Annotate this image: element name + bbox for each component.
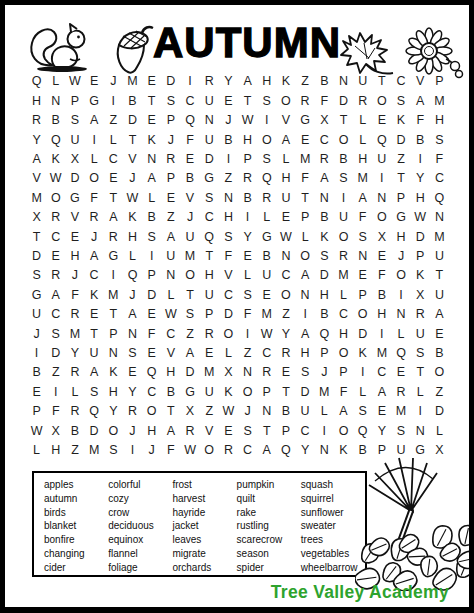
grid-cell-r4c2: Q — [46, 130, 65, 149]
grid-cell-r8c19: O — [372, 208, 391, 227]
word-item: scarecrow — [237, 533, 301, 547]
grid-cell-r11c7: P — [142, 266, 161, 285]
grid-cell-r17c9: G — [180, 382, 199, 401]
grid-cell-r4c9: F — [180, 130, 199, 149]
grid-cell-r5c3: X — [65, 150, 84, 169]
grid-cell-r4c6: T — [123, 130, 142, 149]
grid-cell-r18c8: T — [161, 402, 180, 421]
grid-cell-r17c13: P — [257, 382, 276, 401]
grid-cell-r3c6: D — [123, 111, 142, 130]
grid-cell-r15c4: U — [85, 344, 104, 363]
grid-cell-r4c15: E — [296, 130, 315, 149]
grid-cell-r9c13: G — [257, 227, 276, 246]
grid-cell-r20c10: O — [200, 441, 219, 460]
grid-cell-r8c22: N — [430, 208, 449, 227]
grid-cell-r18c6: R — [123, 402, 142, 421]
word-list-column-2: colorfulcozycrowdeciduousequinoxflannelf… — [108, 478, 172, 575]
grid-cell-r18c10: Z — [200, 402, 219, 421]
grid-cell-r4c16: C — [315, 130, 334, 149]
grid-cell-r9c2: C — [46, 227, 65, 246]
grid-cell-r9c14: W — [276, 227, 295, 246]
grid-cell-r8c16: B — [315, 208, 334, 227]
grid-cell-r10c13: B — [257, 247, 276, 266]
grid-cell-r9c22: M — [430, 227, 449, 246]
grid-cell-r14c1: J — [27, 324, 46, 343]
grid-cell-r9c3: E — [65, 227, 84, 246]
grid-cell-r4c11: B — [219, 130, 238, 149]
grid-cell-r2c15: R — [296, 91, 315, 110]
grid-cell-r1c12: A — [238, 72, 257, 91]
grid-cell-r7c11: N — [219, 188, 238, 207]
grid-cell-r3c11: J — [219, 111, 238, 130]
grid-cell-r10c3: H — [65, 247, 84, 266]
grid-cell-r19c1: W — [27, 421, 46, 440]
grid-cell-r7c12: B — [238, 188, 257, 207]
maple-leaf-icon — [337, 31, 397, 77]
grid-cell-r4c21: B — [411, 130, 430, 149]
squirrel-icon — [25, 21, 93, 73]
grid-cell-r13c7: E — [142, 305, 161, 324]
grid-cell-r12c9: T — [180, 285, 199, 304]
grid-cell-r5c17: B — [334, 150, 353, 169]
grid-cell-r3c3: S — [65, 111, 84, 130]
grid-cell-r1c20: C — [391, 72, 410, 91]
grid-cell-r18c15: U — [296, 402, 315, 421]
grid-cell-r14c2: S — [46, 324, 65, 343]
grid-cell-r2c20: S — [391, 91, 410, 110]
grid-cell-r16c13: R — [257, 363, 276, 382]
grid-cell-r3c21: F — [411, 111, 430, 130]
grid-cell-r18c11: W — [219, 402, 238, 421]
grid-cell-r1c16: B — [315, 72, 334, 91]
grid-cell-r13c22: A — [430, 305, 449, 324]
grid-cell-r8c3: V — [65, 208, 84, 227]
grid-cell-r3c18: L — [353, 111, 372, 130]
grid-cell-r19c22: L — [430, 421, 449, 440]
grid-cell-r2c17: D — [334, 91, 353, 110]
grid-cell-r14c9: Z — [180, 324, 199, 343]
page-title: AUTUMN — [153, 19, 339, 67]
grid-cell-r12c17: L — [334, 285, 353, 304]
grid-cell-r9c12: Y — [238, 227, 257, 246]
grid-cell-r15c16: P — [315, 344, 334, 363]
grid-cell-r10c16: S — [315, 247, 334, 266]
word-item: foliage — [108, 561, 172, 575]
grid-cell-r15c19: M — [372, 344, 391, 363]
grid-cell-r8c5: A — [104, 208, 123, 227]
grid-cell-r9c21: D — [411, 227, 430, 246]
grid-cell-r5c9: E — [180, 150, 199, 169]
grid-cell-r9c15: L — [296, 227, 315, 246]
grid-cell-r13c4: E — [85, 305, 104, 324]
grid-cell-r16c22: O — [430, 363, 449, 382]
word-item: birds — [44, 506, 108, 520]
grid-cell-r16c3: R — [65, 363, 84, 382]
grid-cell-r4c18: L — [353, 130, 372, 149]
grid-cell-r8c21: W — [411, 208, 430, 227]
grid-cell-r13c12: F — [238, 305, 257, 324]
grid-cell-r4c20: D — [391, 130, 410, 149]
grid-cell-r6c1: V — [27, 169, 46, 188]
grid-cell-r13c10: P — [200, 305, 219, 324]
grid-cell-r9c7: S — [142, 227, 161, 246]
grid-cell-r17c17: F — [334, 382, 353, 401]
grid-cell-r11c1: S — [27, 266, 46, 285]
grid-cell-r8c2: R — [46, 208, 65, 227]
grid-cell-r12c5: M — [104, 285, 123, 304]
grid-cell-r8c13: L — [257, 208, 276, 227]
grid-cell-r13c3: R — [65, 305, 84, 324]
grid-cell-r10c19: E — [372, 247, 391, 266]
grid-cell-r18c3: R — [65, 402, 84, 421]
grid-cell-r10c1: D — [27, 247, 46, 266]
grid-cell-r10c6: L — [123, 247, 142, 266]
grid-cell-r3c8: P — [161, 111, 180, 130]
grid-cell-r3c22: H — [430, 111, 449, 130]
grid-cell-r15c20: Q — [391, 344, 410, 363]
grid-cell-r19c3: B — [65, 421, 84, 440]
grid-cell-r6c16: A — [315, 169, 334, 188]
grid-cell-r4c5: L — [104, 130, 123, 149]
grid-cell-r14c15: A — [296, 324, 315, 343]
grid-cell-r2c16: F — [315, 91, 334, 110]
grid-cell-r14c22: E — [430, 324, 449, 343]
grid-cell-r10c10: T — [200, 247, 219, 266]
grid-cell-r17c20: R — [391, 382, 410, 401]
grid-cell-r11c20: O — [391, 266, 410, 285]
grid-cell-r11c11: V — [219, 266, 238, 285]
grid-cell-r4c1: Y — [27, 130, 46, 149]
grid-cell-r5c18: H — [353, 150, 372, 169]
grid-cell-r16c8: H — [161, 363, 180, 382]
grid-cell-r14c6: N — [123, 324, 142, 343]
grid-cell-r20c12: C — [238, 441, 257, 460]
grid-cell-r7c1: M — [27, 188, 46, 207]
grid-cell-r9c9: U — [180, 227, 199, 246]
grid-cell-r13c8: W — [161, 305, 180, 324]
grid-cell-r8c17: U — [334, 208, 353, 227]
grid-cell-r2c9: C — [180, 91, 199, 110]
grid-cell-r15c15: H — [296, 344, 315, 363]
grid-cell-r15c7: E — [142, 344, 161, 363]
grid-cell-r7c8: E — [161, 188, 180, 207]
grid-cell-r12c2: A — [46, 285, 65, 304]
grid-cell-r7c17: I — [334, 188, 353, 207]
grid-cell-r18c16: L — [315, 402, 334, 421]
grid-cell-r16c11: X — [219, 363, 238, 382]
word-item: apples — [44, 478, 108, 492]
grid-cell-r18c19: E — [372, 402, 391, 421]
grid-cell-r18c21: I — [411, 402, 430, 421]
grid-cell-r13c9: S — [180, 305, 199, 324]
grid-cell-r20c7: J — [142, 441, 161, 460]
grid-cell-r2c11: E — [219, 91, 238, 110]
grid-cell-r20c4: M — [85, 441, 104, 460]
grid-cell-r8c4: R — [85, 208, 104, 227]
grid-cell-r12c8: L — [161, 285, 180, 304]
word-item: migrate — [172, 547, 236, 561]
grid-cell-r20c9: W — [180, 441, 199, 460]
grid-cell-r5c1: A — [27, 150, 46, 169]
grid-cell-r1c6: M — [123, 72, 142, 91]
word-item: cozy — [108, 492, 172, 506]
grid-cell-r14c13: W — [257, 324, 276, 343]
grid-cell-r19c17: O — [334, 421, 353, 440]
grid-cell-r17c1: E — [27, 382, 46, 401]
grid-cell-r18c13: N — [257, 402, 276, 421]
grid-cell-r8c8: Z — [161, 208, 180, 227]
grid-cell-r13c17: C — [334, 305, 353, 324]
grid-cell-r7c2: O — [46, 188, 65, 207]
grid-cell-r4c19: Q — [372, 130, 391, 149]
grid-cell-r16c14: E — [276, 363, 295, 382]
grid-cell-r3c17: T — [334, 111, 353, 130]
grid-cell-r5c21: I — [411, 150, 430, 169]
grid-cell-r17c18: L — [353, 382, 372, 401]
grid-cell-r3c9: Q — [180, 111, 199, 130]
grid-cell-r7c19: N — [372, 188, 391, 207]
grid-cell-r16c20: E — [391, 363, 410, 382]
grid-cell-r3c10: N — [200, 111, 219, 130]
grid-cell-r18c14: B — [276, 402, 295, 421]
grid-cell-r1c2: L — [46, 72, 65, 91]
grid-cell-r13c2: C — [46, 305, 65, 324]
grid-cell-r12c11: C — [219, 285, 238, 304]
grid-cell-r14c19: I — [372, 324, 391, 343]
grid-cell-r2c4: G — [85, 91, 104, 110]
grid-cell-r15c6: S — [123, 344, 142, 363]
grid-cell-r2c21: A — [411, 91, 430, 110]
grid-cell-r18c20: M — [391, 402, 410, 421]
grid-cell-r12c3: F — [65, 285, 84, 304]
grid-cell-r8c7: B — [142, 208, 161, 227]
word-item: blanket — [44, 519, 108, 533]
grid-cell-r11c17: M — [334, 266, 353, 285]
word-item: frost — [172, 478, 236, 492]
grid-cell-r6c21: Y — [411, 169, 430, 188]
grid-cell-r6c17: S — [334, 169, 353, 188]
grid-cell-r17c21: L — [411, 382, 430, 401]
grid-cell-r20c16: N — [315, 441, 334, 460]
grid-cell-r11c15: A — [296, 266, 315, 285]
grid-cell-r4c4: I — [85, 130, 104, 149]
grid-cell-r13c21: R — [411, 305, 430, 324]
word-item: orchards — [172, 561, 236, 575]
grid-cell-r5c22: F — [430, 150, 449, 169]
grid-cell-r15c21: S — [411, 344, 430, 363]
word-item: pumpkin — [237, 478, 301, 492]
grid-cell-r15c10: E — [200, 344, 219, 363]
word-item: autumn — [44, 492, 108, 506]
grid-cell-r6c20: T — [391, 169, 410, 188]
grid-cell-r14c20: L — [391, 324, 410, 343]
grid-cell-r9c17: O — [334, 227, 353, 246]
word-item: leaves — [172, 533, 236, 547]
grid-cell-r17c22: Z — [430, 382, 449, 401]
grid-cell-r8c12: I — [238, 208, 257, 227]
grid-cell-r12c14: O — [276, 285, 295, 304]
grid-cell-r9c10: Q — [200, 227, 219, 246]
grid-cell-r9c4: J — [85, 227, 104, 246]
grid-cell-r13c1: U — [27, 305, 46, 324]
grid-cell-r19c9: R — [180, 421, 199, 440]
grid-cell-r5c8: R — [161, 150, 180, 169]
grid-cell-r5c6: V — [123, 150, 142, 169]
grid-cell-r16c15: S — [296, 363, 315, 382]
grid-cell-r4c12: H — [238, 130, 257, 149]
grid-cell-r15c18: K — [353, 344, 372, 363]
grid-cell-r5c5: C — [104, 150, 123, 169]
word-item: cider — [44, 561, 108, 575]
grid-cell-r6c9: B — [180, 169, 199, 188]
grid-cell-r4c17: O — [334, 130, 353, 149]
grid-cell-r17c2: I — [46, 382, 65, 401]
grid-cell-r8c20: G — [391, 208, 410, 227]
grid-cell-r13c6: A — [123, 305, 142, 324]
grid-cell-r12c21: X — [411, 285, 430, 304]
grid-cell-r19c11: E — [219, 421, 238, 440]
grid-cell-r1c10: R — [200, 72, 219, 91]
word-item: flannel — [108, 547, 172, 561]
grid-cell-r5c10: D — [200, 150, 219, 169]
grid-cell-r1c21: V — [411, 72, 430, 91]
grid-cell-r5c7: N — [142, 150, 161, 169]
word-list-column-4: pumpkinquiltrakerustlingscarecrowseasons… — [237, 478, 301, 575]
grid-cell-r14c3: M — [65, 324, 84, 343]
grid-cell-r7c4: F — [85, 188, 104, 207]
grid-cell-r14c11: O — [219, 324, 238, 343]
grid-cell-r10c7: I — [142, 247, 161, 266]
grid-cell-r11c9: O — [180, 266, 199, 285]
grid-cell-r1c8: D — [161, 72, 180, 91]
grid-cell-r3c5: Z — [104, 111, 123, 130]
grid-cell-r9c5: R — [104, 227, 123, 246]
grid-cell-r19c5: O — [104, 421, 123, 440]
grid-cell-r7c10: S — [200, 188, 219, 207]
grid-cell-r14c17: H — [334, 324, 353, 343]
grid-cell-r20c11: R — [219, 441, 238, 460]
grid-cell-r16c10: M — [200, 363, 219, 382]
grid-cell-r19c16: I — [315, 421, 334, 440]
grid-cell-r11c22: T — [430, 266, 449, 285]
grid-cell-r9c8: A — [161, 227, 180, 246]
word-item: rake — [237, 506, 301, 520]
grid-cell-r8c10: C — [200, 208, 219, 227]
word-list: applesautumnbirdsblanketbonfirechangingc… — [32, 471, 367, 577]
grid-cell-r5c16: R — [315, 150, 334, 169]
grid-cell-r13c19: H — [372, 305, 391, 324]
grid-cell-r19c10: V — [200, 421, 219, 440]
grid-cell-r17c5: H — [104, 382, 123, 401]
grid-cell-r4c8: J — [161, 130, 180, 149]
grid-cell-r20c6: I — [123, 441, 142, 460]
grid-cell-r16c21: T — [411, 363, 430, 382]
grid-cell-r17c14: T — [276, 382, 295, 401]
grid-cell-r20c5: S — [104, 441, 123, 460]
grid-cell-r2c22: M — [430, 91, 449, 110]
word-item: equinox — [108, 533, 172, 547]
grid-cell-r7c20: P — [391, 188, 410, 207]
grid-cell-r14c7: F — [142, 324, 161, 343]
grid-cell-r13c15: I — [296, 305, 315, 324]
grid-cell-r18c17: A — [334, 402, 353, 421]
grid-cell-r1c4: E — [85, 72, 104, 91]
grid-cell-r3c4: A — [85, 111, 104, 130]
grid-cell-r19c21: N — [411, 421, 430, 440]
grid-cell-r5c20: Z — [391, 150, 410, 169]
grid-cell-r17c6: Y — [123, 382, 142, 401]
grid-cell-r19c8: A — [161, 421, 180, 440]
grid-cell-r16c4: A — [85, 363, 104, 382]
grid-cell-r20c17: K — [334, 441, 353, 460]
grid-cell-r13c16: B — [315, 305, 334, 324]
grid-cell-r17c15: D — [296, 382, 315, 401]
grid-cell-r15c17: O — [334, 344, 353, 363]
grid-cell-r6c3: D — [65, 169, 84, 188]
grid-cell-r13c18: O — [353, 305, 372, 324]
grid-cell-r1c3: W — [65, 72, 84, 91]
grid-cell-r2c19: O — [372, 91, 391, 110]
word-item: quilt — [237, 492, 301, 506]
grid-cell-r9c18: S — [353, 227, 372, 246]
grid-cell-r2c8: S — [161, 91, 180, 110]
grid-cell-r8c9: J — [180, 208, 199, 227]
grid-cell-r11c5: I — [104, 266, 123, 285]
grid-cell-r8c15: P — [296, 208, 315, 227]
grid-cell-r3c14: V — [276, 111, 295, 130]
grid-cell-r1c14: K — [276, 72, 295, 91]
grid-cell-r16c2: Z — [46, 363, 65, 382]
grid-cell-r15c1: I — [27, 344, 46, 363]
leaf-pile-rake-icon — [355, 455, 474, 591]
grid-cell-r19c7: H — [142, 421, 161, 440]
grid-cell-r9c1: T — [27, 227, 46, 246]
grid-cell-r12c18: P — [353, 285, 372, 304]
grid-cell-r16c9: D — [180, 363, 199, 382]
grid-cell-r1c7: E — [142, 72, 161, 91]
grid-cell-r11c12: L — [238, 266, 257, 285]
grid-cell-r16c12: N — [238, 363, 257, 382]
grid-cell-r10c17: R — [334, 247, 353, 266]
grid-cell-r7c16: N — [315, 188, 334, 207]
grid-cell-r16c18: I — [353, 363, 372, 382]
grid-cell-r20c13: A — [257, 441, 276, 460]
grid-cell-r5c15: M — [296, 150, 315, 169]
grid-cell-r15c8: V — [161, 344, 180, 363]
grid-cell-r9c20: H — [391, 227, 410, 246]
word-item: rustling — [237, 519, 301, 533]
grid-cell-r13c13: M — [257, 305, 276, 324]
grid-cell-r17c4: S — [85, 382, 104, 401]
word-item: hayride — [172, 506, 236, 520]
grid-cell-r9c6: H — [123, 227, 142, 246]
word-grid: QLWEJMEDIRYAHKZBNUTCVPHNPGIBTSCUETSORFDR… — [27, 72, 449, 460]
grid-cell-r10c2: E — [46, 247, 65, 266]
grid-cell-r20c3: Z — [65, 441, 84, 460]
grid-cell-r16c7: Q — [142, 363, 161, 382]
grid-cell-r6c11: Z — [219, 169, 238, 188]
grid-cell-r3c15: G — [296, 111, 315, 130]
grid-cell-r2c3: P — [65, 91, 84, 110]
grid-cell-r8c6: K — [123, 208, 142, 227]
word-item: spider — [237, 561, 301, 575]
grid-cell-r12c4: K — [85, 285, 104, 304]
grid-cell-r1c13: H — [257, 72, 276, 91]
grid-cell-r19c13: T — [257, 421, 276, 440]
grid-cell-r12c15: N — [296, 285, 315, 304]
grid-cell-r7c15: T — [296, 188, 315, 207]
grid-cell-r13c11: D — [219, 305, 238, 324]
